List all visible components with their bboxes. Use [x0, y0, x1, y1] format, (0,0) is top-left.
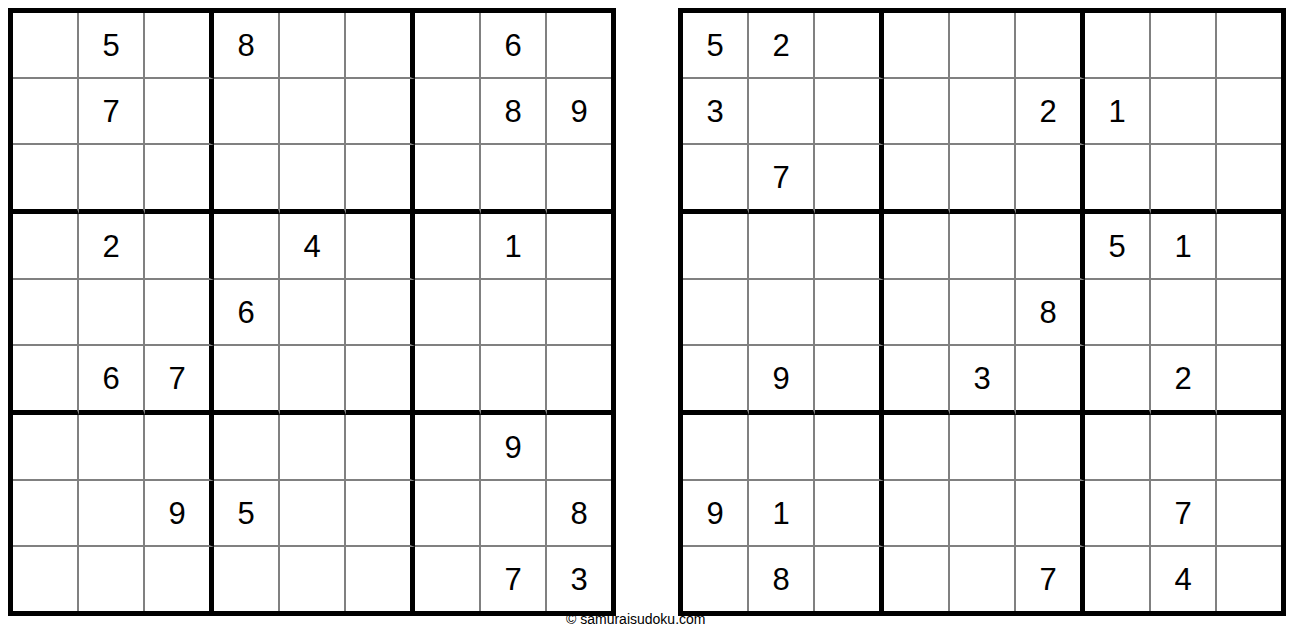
cell-right-r4c7[interactable]: 5	[1085, 214, 1151, 280]
cell-right-r2c4[interactable]	[884, 79, 950, 145]
cell-left-r8c2[interactable]	[79, 481, 145, 547]
cell-left-r6c6[interactable]	[346, 346, 415, 415]
cell-right-r4c4[interactable]	[884, 214, 950, 280]
cell-left-r5c8[interactable]	[481, 280, 547, 346]
cell-right-r2c2[interactable]	[749, 79, 815, 145]
cell-left-r4c5[interactable]: 4	[280, 214, 346, 280]
cell-left-r1c1[interactable]	[13, 13, 79, 79]
cell-left-r1c5[interactable]	[280, 13, 346, 79]
cell-left-r6c5[interactable]	[280, 346, 346, 415]
cell-left-r4c8[interactable]: 1	[481, 214, 547, 280]
cell-left-r2c8[interactable]: 8	[481, 79, 547, 145]
cell-right-r7c8[interactable]	[1151, 415, 1217, 481]
cell-right-r8c1[interactable]: 9	[683, 481, 749, 547]
cell-left-r7c3[interactable]	[145, 415, 214, 481]
cell-right-r8c3[interactable]	[815, 481, 884, 547]
cell-right-r3c2[interactable]: 7	[749, 145, 815, 214]
cell-right-r5c3[interactable]	[815, 280, 884, 346]
cell-right-r7c7[interactable]	[1085, 415, 1151, 481]
cell-left-r4c9[interactable]	[547, 214, 611, 280]
cell-right-r4c6[interactable]	[1016, 214, 1085, 280]
cell-left-r8c1[interactable]	[13, 481, 79, 547]
cell-left-r1c2[interactable]: 5	[79, 13, 145, 79]
cell-right-r6c4[interactable]	[884, 346, 950, 415]
cell-left-r4c4[interactable]	[214, 214, 280, 280]
cell-left-r7c9[interactable]	[547, 415, 611, 481]
cell-left-r5c3[interactable]	[145, 280, 214, 346]
cell-right-r3c6[interactable]	[1016, 145, 1085, 214]
copyright-text: © samuraisudoku.com	[566, 611, 705, 627]
cell-right-r5c4[interactable]	[884, 280, 950, 346]
cell-right-r9c9[interactable]	[1217, 547, 1281, 611]
cell-right-r5c6[interactable]: 8	[1016, 280, 1085, 346]
cell-right-r9c7[interactable]	[1085, 547, 1151, 611]
cell-right-r9c6[interactable]: 7	[1016, 547, 1085, 611]
cell-right-r6c5[interactable]: 3	[950, 346, 1016, 415]
cell-right-r7c4[interactable]	[884, 415, 950, 481]
cell-left-r5c4[interactable]: 6	[214, 280, 280, 346]
cell-right-r1c3[interactable]	[815, 13, 884, 79]
cell-right-r3c4[interactable]	[884, 145, 950, 214]
cell-right-r2c1[interactable]: 3	[683, 79, 749, 145]
cell-right-r2c7[interactable]: 1	[1085, 79, 1151, 145]
cell-right-r8c2[interactable]: 1	[749, 481, 815, 547]
cell-left-r5c6[interactable]	[346, 280, 415, 346]
cell-right-r1c5[interactable]	[950, 13, 1016, 79]
cell-right-r6c3[interactable]	[815, 346, 884, 415]
cell-left-r2c4[interactable]	[214, 79, 280, 145]
cell-right-r2c8[interactable]	[1151, 79, 1217, 145]
cell-left-r2c6[interactable]	[346, 79, 415, 145]
cell-right-r3c7[interactable]	[1085, 145, 1151, 214]
cell-right-r4c5[interactable]	[950, 214, 1016, 280]
cell-right-r9c3[interactable]	[815, 547, 884, 611]
cell-left-r5c1[interactable]	[13, 280, 79, 346]
cell-right-r6c1[interactable]	[683, 346, 749, 415]
cell-left-r4c1[interactable]	[13, 214, 79, 280]
cell-left-r1c7[interactable]	[415, 13, 481, 79]
cell-left-r7c8[interactable]: 9	[481, 415, 547, 481]
cell-left-r4c7[interactable]	[415, 214, 481, 280]
cell-right-r8c6[interactable]	[1016, 481, 1085, 547]
cell-right-r8c5[interactable]	[950, 481, 1016, 547]
cell-left-r8c6[interactable]	[346, 481, 415, 547]
cell-right-r1c4[interactable]	[884, 13, 950, 79]
cell-right-r7c6[interactable]	[1016, 415, 1085, 481]
cell-right-r8c8[interactable]: 7	[1151, 481, 1217, 547]
cell-left-r6c2[interactable]: 6	[79, 346, 145, 415]
cell-left-r9c3[interactable]	[145, 547, 214, 611]
cell-right-r4c9[interactable]	[1217, 214, 1281, 280]
cell-left-r8c3[interactable]: 9	[145, 481, 214, 547]
cell-left-r6c9[interactable]	[547, 346, 611, 415]
cell-right-r9c5[interactable]	[950, 547, 1016, 611]
cell-left-r9c8[interactable]: 7	[481, 547, 547, 611]
cell-left-r4c3[interactable]	[145, 214, 214, 280]
cell-right-r5c1[interactable]	[683, 280, 749, 346]
cell-right-r2c5[interactable]	[950, 79, 1016, 145]
cell-right-r6c8[interactable]: 2	[1151, 346, 1217, 415]
cell-left-r5c2[interactable]	[79, 280, 145, 346]
cell-left-r5c5[interactable]	[280, 280, 346, 346]
cell-left-r1c6[interactable]	[346, 13, 415, 79]
cell-left-r6c7[interactable]	[415, 346, 481, 415]
cell-right-r3c8[interactable]	[1151, 145, 1217, 214]
cell-right-r1c8[interactable]	[1151, 13, 1217, 79]
cell-right-r1c2[interactable]: 2	[749, 13, 815, 79]
cell-left-r3c9[interactable]	[547, 145, 611, 214]
cell-left-r3c4[interactable]	[214, 145, 280, 214]
cell-right-r6c9[interactable]	[1217, 346, 1281, 415]
cell-left-r1c4[interactable]: 8	[214, 13, 280, 79]
cell-right-r3c5[interactable]	[950, 145, 1016, 214]
cell-left-r2c2[interactable]: 7	[79, 79, 145, 145]
cell-left-r7c5[interactable]	[280, 415, 346, 481]
cell-right-r3c9[interactable]	[1217, 145, 1281, 214]
cell-left-r7c1[interactable]	[13, 415, 79, 481]
cell-left-r1c8[interactable]: 6	[481, 13, 547, 79]
cell-left-r1c3[interactable]	[145, 13, 214, 79]
cell-right-r6c6[interactable]	[1016, 346, 1085, 415]
cell-right-r2c3[interactable]	[815, 79, 884, 145]
cell-left-r3c1[interactable]	[13, 145, 79, 214]
cell-left-r9c4[interactable]	[214, 547, 280, 611]
cell-right-r9c8[interactable]: 4	[1151, 547, 1217, 611]
cell-left-r6c3[interactable]: 7	[145, 346, 214, 415]
cell-left-r9c6[interactable]	[346, 547, 415, 611]
cell-left-r5c9[interactable]	[547, 280, 611, 346]
cell-right-r6c7[interactable]	[1085, 346, 1151, 415]
cell-right-r7c2[interactable]	[749, 415, 815, 481]
cell-right-r2c6[interactable]: 2	[1016, 79, 1085, 145]
cell-right-r4c8[interactable]: 1	[1151, 214, 1217, 280]
cell-left-r7c7[interactable]	[415, 415, 481, 481]
cell-right-r3c3[interactable]	[815, 145, 884, 214]
cell-left-r3c3[interactable]	[145, 145, 214, 214]
cell-left-r5c7[interactable]	[415, 280, 481, 346]
cell-left-r2c7[interactable]	[415, 79, 481, 145]
cell-left-r8c4[interactable]: 5	[214, 481, 280, 547]
cell-right-r5c5[interactable]	[950, 280, 1016, 346]
cell-right-r4c2[interactable]	[749, 214, 815, 280]
cell-left-r1c9[interactable]	[547, 13, 611, 79]
cell-left-r3c7[interactable]	[415, 145, 481, 214]
cell-left-r2c9[interactable]: 9	[547, 79, 611, 145]
cell-left-r4c2[interactable]: 2	[79, 214, 145, 280]
cell-right-r5c8[interactable]	[1151, 280, 1217, 346]
cell-right-r7c5[interactable]	[950, 415, 1016, 481]
cell-right-r8c9[interactable]	[1217, 481, 1281, 547]
cell-right-r3c1[interactable]	[683, 145, 749, 214]
cell-left-r9c2[interactable]	[79, 547, 145, 611]
cell-right-r6c2[interactable]: 9	[749, 346, 815, 415]
cell-left-r8c7[interactable]	[415, 481, 481, 547]
cell-right-r2c9[interactable]	[1217, 79, 1281, 145]
cell-left-r9c5[interactable]	[280, 547, 346, 611]
cell-left-r9c9[interactable]: 3	[547, 547, 611, 611]
cell-left-r8c9[interactable]: 8	[547, 481, 611, 547]
cell-left-r2c1[interactable]	[13, 79, 79, 145]
cell-right-r5c2[interactable]	[749, 280, 815, 346]
cell-right-r9c1[interactable]	[683, 547, 749, 611]
cell-right-r9c2[interactable]: 8	[749, 547, 815, 611]
cell-right-r5c7[interactable]	[1085, 280, 1151, 346]
cell-left-r9c1[interactable]	[13, 547, 79, 611]
puzzle-area: 586789241667995873 523217518932917874 © …	[0, 0, 1293, 633]
sudoku-grid-left: 586789241667995873	[8, 8, 616, 616]
cell-left-r7c6[interactable]	[346, 415, 415, 481]
cell-right-r1c6[interactable]	[1016, 13, 1085, 79]
cell-left-r3c6[interactable]	[346, 145, 415, 214]
cell-left-r6c1[interactable]	[13, 346, 79, 415]
cell-right-r1c9[interactable]	[1217, 13, 1281, 79]
cell-right-r7c1[interactable]	[683, 415, 749, 481]
cell-left-r8c8[interactable]	[481, 481, 547, 547]
cell-left-r9c7[interactable]	[415, 547, 481, 611]
cell-left-r2c3[interactable]	[145, 79, 214, 145]
cell-left-r6c8[interactable]	[481, 346, 547, 415]
cell-right-r7c3[interactable]	[815, 415, 884, 481]
cell-left-r6c4[interactable]	[214, 346, 280, 415]
cell-right-r4c3[interactable]	[815, 214, 884, 280]
cell-right-r5c9[interactable]	[1217, 280, 1281, 346]
cell-left-r4c6[interactable]	[346, 214, 415, 280]
cell-right-r4c1[interactable]	[683, 214, 749, 280]
cell-left-r7c2[interactable]	[79, 415, 145, 481]
cell-right-r1c7[interactable]	[1085, 13, 1151, 79]
cell-right-r9c4[interactable]	[884, 547, 950, 611]
cell-left-r2c5[interactable]	[280, 79, 346, 145]
cell-right-r1c1[interactable]: 5	[683, 13, 749, 79]
cell-left-r3c5[interactable]	[280, 145, 346, 214]
cell-left-r7c4[interactable]	[214, 415, 280, 481]
cell-left-r3c2[interactable]	[79, 145, 145, 214]
sudoku-grid-right: 523217518932917874	[678, 8, 1286, 616]
cell-right-r8c7[interactable]	[1085, 481, 1151, 547]
cell-right-r8c4[interactable]	[884, 481, 950, 547]
cell-left-r3c8[interactable]	[481, 145, 547, 214]
cell-left-r8c5[interactable]	[280, 481, 346, 547]
cell-right-r7c9[interactable]	[1217, 415, 1281, 481]
